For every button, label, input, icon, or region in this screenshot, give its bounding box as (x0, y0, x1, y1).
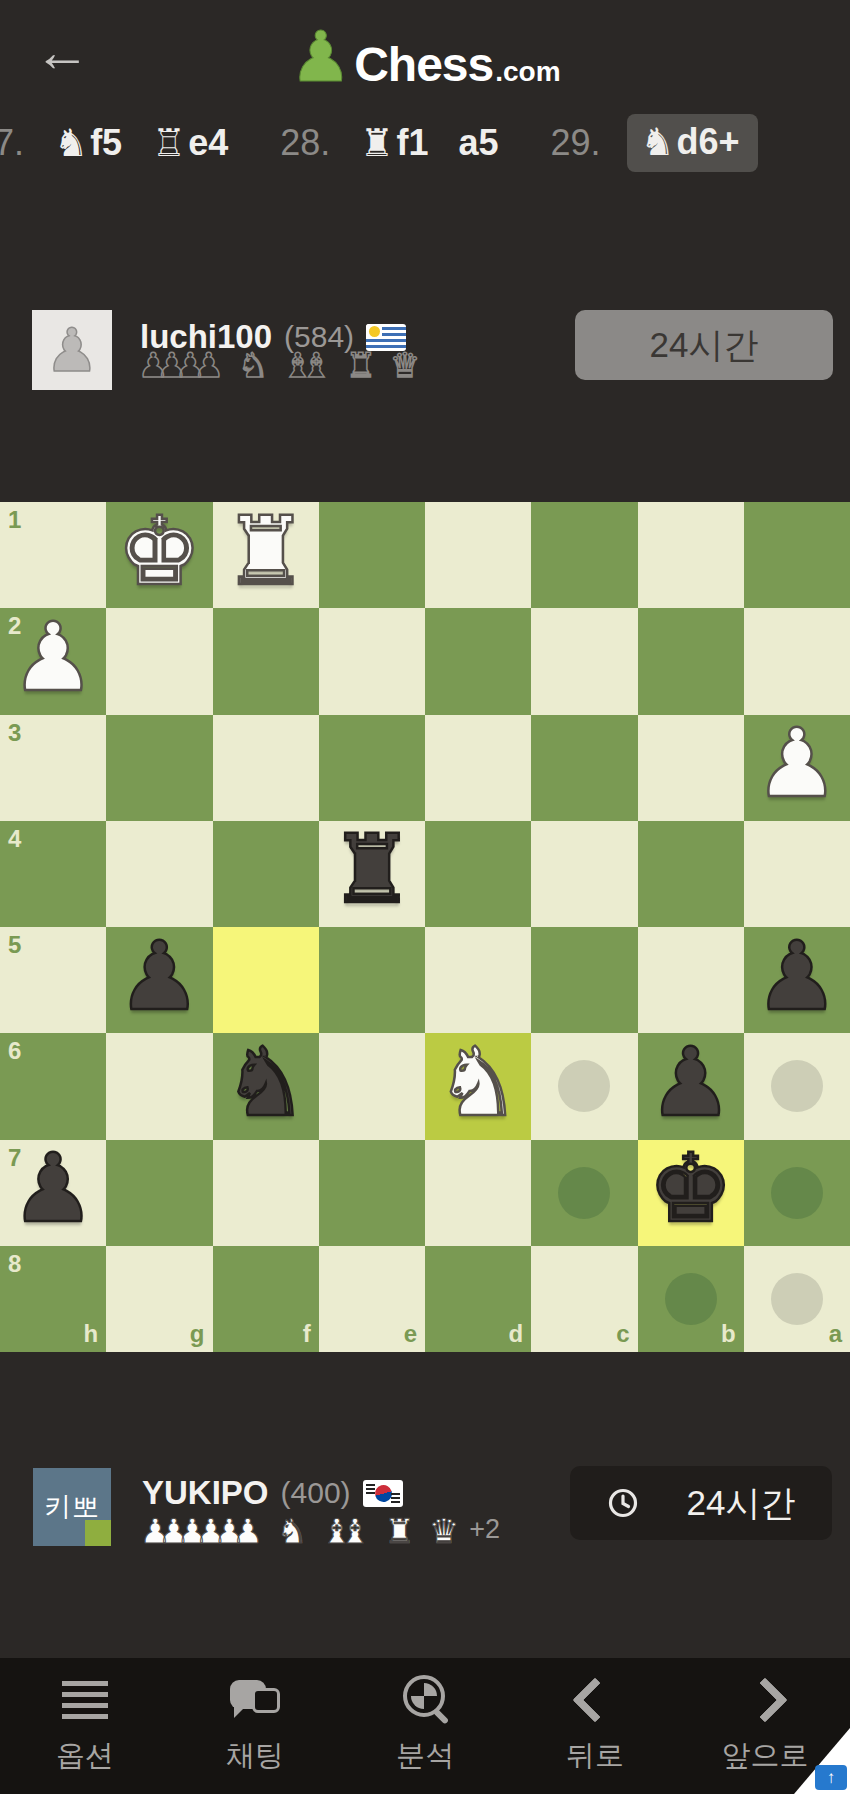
square-a4[interactable] (744, 821, 850, 927)
material-advantage: +2 (469, 1514, 500, 1548)
south-korea-flag-icon (363, 1480, 403, 1507)
logo-text: Chess (354, 37, 493, 92)
logo-suffix-text: .com (495, 56, 560, 88)
move-f1[interactable]: ♜f1 (360, 121, 428, 165)
rank-label-6: 6 (8, 1039, 21, 1063)
chess-app-screen: ← ♟ Chess .com 27.♞f5♖e428.♜f1a529.♞d6+ … (0, 0, 850, 1794)
square-g7[interactable] (106, 1140, 212, 1246)
white-knight-d6[interactable]: ♞ (425, 1029, 531, 1135)
avatar-pawn-icon: ♟ (45, 320, 99, 380)
square-d4[interactable] (425, 821, 531, 927)
figurine-icon: ♞ (54, 121, 88, 165)
list-icon (62, 1681, 108, 1719)
square-d7[interactable] (425, 1140, 531, 1246)
square-b8[interactable]: b (638, 1246, 744, 1352)
rank-label-8: 8 (8, 1252, 21, 1276)
online-status-badge (85, 1520, 111, 1546)
file-label-g: g (190, 1322, 205, 1346)
move-number: 29. (550, 122, 600, 164)
square-g4[interactable] (106, 821, 212, 927)
square-e7[interactable] (319, 1140, 425, 1246)
white-pawn-a3[interactable]: ♟ (744, 711, 850, 817)
file-label-h: h (84, 1322, 99, 1346)
square-h6[interactable]: 6 (0, 1033, 106, 1139)
move-a5[interactable]: a5 (458, 122, 498, 164)
top-player-captured-pieces: ♟♟♟♟♞♝♝♜♛ (138, 348, 420, 382)
legal-move-dot-c7 (558, 1167, 610, 1219)
clock-icon (607, 1487, 639, 1519)
captured-group: ♛ (429, 1514, 459, 1548)
square-b6[interactable]: ♟ (638, 1033, 744, 1139)
top-player-clock: 24시간 (575, 310, 833, 380)
move-number: 27. (0, 122, 24, 164)
square-b5[interactable] (638, 927, 744, 1033)
nav-item-options[interactable]: 옵션 (0, 1658, 170, 1794)
square-e2[interactable] (319, 608, 425, 714)
square-e3[interactable] (319, 715, 425, 821)
square-b2[interactable] (638, 608, 744, 714)
rank-label-1: 1 (8, 508, 21, 532)
square-g8[interactable]: g (106, 1246, 212, 1352)
figurine-icon: ♖ (152, 121, 186, 165)
legal-move-dot-a6 (771, 1060, 823, 1112)
share-overlay-icon[interactable]: ↑ (815, 1765, 847, 1790)
square-c1[interactable] (531, 502, 637, 608)
square-c8[interactable]: c (531, 1246, 637, 1352)
captured-group: ♞ (238, 348, 268, 382)
white-pawn-h2[interactable]: ♟ (0, 604, 106, 710)
square-f2[interactable] (213, 608, 319, 714)
square-a8[interactable]: a (744, 1246, 850, 1352)
white-rook-f1[interactable]: ♜ (213, 498, 319, 604)
square-a2[interactable] (744, 608, 850, 714)
square-f1[interactable]: ♜ (213, 502, 319, 608)
square-g6[interactable] (106, 1033, 212, 1139)
square-e1[interactable] (319, 502, 425, 608)
top-clock-label: 24시간 (650, 322, 759, 369)
square-f7[interactable] (213, 1140, 319, 1246)
captured-group: ♟♟♟♟ (138, 348, 224, 382)
black-pawn-h7[interactable]: ♟ (0, 1136, 106, 1242)
bottom-player-rating: (400) (281, 1476, 351, 1510)
rank-label-4: 4 (8, 827, 21, 851)
square-d1[interactable] (425, 502, 531, 608)
square-f6[interactable]: ♞ (213, 1033, 319, 1139)
header-bar: ← ♟ Chess .com (0, 0, 850, 112)
square-h5[interactable]: 5 (0, 927, 106, 1033)
top-player-avatar[interactable]: ♟ (32, 310, 112, 390)
square-d5[interactable] (425, 927, 531, 1033)
square-f8[interactable]: f (213, 1246, 319, 1352)
square-c5[interactable] (531, 927, 637, 1033)
square-f4[interactable] (213, 821, 319, 927)
logo-pawn-icon: ♟ (289, 26, 352, 89)
nav-item-analysis[interactable]: 분석 (340, 1658, 510, 1794)
nav-item-chat[interactable]: 채팅 (170, 1658, 340, 1794)
nav-label-analysis: 분석 (396, 1736, 454, 1776)
square-e4[interactable]: ♜ (319, 821, 425, 927)
captured-group: ♞ (277, 1514, 307, 1548)
figurine-icon: ♞ (641, 120, 675, 164)
move-e4[interactable]: ♖e4 (152, 121, 228, 165)
square-g1[interactable]: ♚ (106, 502, 212, 608)
nav-label-options: 옵션 (56, 1736, 114, 1776)
bottom-player-captured-pieces: ♟♟♟♟♟♟♞♝♝♜♛+2 (140, 1514, 500, 1548)
square-h4[interactable]: 4 (0, 821, 106, 927)
captured-group: ♛ (390, 348, 420, 382)
captured-group: ♜ (345, 348, 375, 382)
bottom-player-name-row: YUKIPO (400) (142, 1474, 403, 1512)
legal-move-dot-c6 (558, 1060, 610, 1112)
black-pawn-a5[interactable]: ♟ (744, 923, 850, 1029)
chesscom-logo: ♟ Chess .com (0, 0, 850, 112)
black-pawn-g5[interactable]: ♟ (106, 923, 212, 1029)
file-label-c: c (616, 1322, 629, 1346)
legal-move-dot-a7 (771, 1167, 823, 1219)
file-label-f: f (303, 1322, 311, 1346)
chevron-right-icon (742, 1677, 787, 1722)
file-label-d: d (509, 1322, 524, 1346)
square-a1[interactable] (744, 502, 850, 608)
nav-label-forward: 앞으로 (722, 1736, 809, 1776)
square-b4[interactable] (638, 821, 744, 927)
rank-label-5: 5 (8, 933, 21, 957)
rank-label-3: 3 (8, 721, 21, 745)
move-f5[interactable]: ♞f5 (54, 121, 122, 165)
square-f3[interactable] (213, 715, 319, 821)
square-e6[interactable] (319, 1033, 425, 1139)
captured-group: ♟♟♟♟♟♟ (140, 1514, 263, 1548)
file-label-b: b (721, 1322, 736, 1346)
square-h8[interactable]: 8h (0, 1246, 106, 1352)
square-e8[interactable]: e (319, 1246, 425, 1352)
square-d6[interactable]: ♞ (425, 1033, 531, 1139)
square-g2[interactable] (106, 608, 212, 714)
square-c2[interactable] (531, 608, 637, 714)
nav-item-back[interactable]: 뒤로 (510, 1658, 680, 1794)
move-d6check[interactable]: ♞d6+ (627, 114, 758, 172)
square-a6[interactable] (744, 1033, 850, 1139)
bottom-player-name[interactable]: YUKIPO (142, 1474, 269, 1512)
chat-icon (230, 1680, 280, 1720)
square-b3[interactable] (638, 715, 744, 821)
move-number: 28. (280, 122, 330, 164)
file-label-a: a (829, 1322, 842, 1346)
square-d3[interactable] (425, 715, 531, 821)
square-a7[interactable] (744, 1140, 850, 1246)
bottom-nav-bar: 옵션채팅분석뒤로앞으로 (0, 1658, 850, 1794)
square-b1[interactable] (638, 502, 744, 608)
square-d8[interactable]: d (425, 1246, 531, 1352)
legal-move-dot-b8 (665, 1273, 717, 1325)
black-king-b7[interactable]: ♚ (638, 1136, 744, 1242)
square-h3[interactable]: 3 (0, 715, 106, 821)
black-knight-f6[interactable]: ♞ (213, 1029, 319, 1135)
bottom-player-avatar[interactable]: 키뽀 (33, 1468, 111, 1546)
file-label-e: e (404, 1322, 417, 1346)
square-c6[interactable] (531, 1033, 637, 1139)
square-h7[interactable]: 7♟ (0, 1140, 106, 1246)
square-e5[interactable] (319, 927, 425, 1033)
legal-move-dot-a8 (771, 1273, 823, 1325)
square-g3[interactable] (106, 715, 212, 821)
square-f5[interactable] (213, 927, 319, 1033)
nav-label-back: 뒤로 (566, 1736, 624, 1776)
analysis-icon (400, 1675, 450, 1725)
square-c7[interactable] (531, 1140, 637, 1246)
captured-group: ♝♝ (282, 348, 331, 382)
chevron-left-icon (572, 1677, 617, 1722)
square-a3[interactable]: ♟ (744, 715, 850, 821)
black-rook-e4[interactable]: ♜ (319, 817, 425, 923)
white-king-g1[interactable]: ♚ (106, 498, 212, 604)
captured-group: ♝♝ (321, 1514, 370, 1548)
square-c4[interactable] (531, 821, 637, 927)
bottom-player-clock: 24시간 (570, 1466, 832, 1540)
square-d2[interactable] (425, 608, 531, 714)
square-c3[interactable] (531, 715, 637, 821)
bottom-clock-label: 24시간 (687, 1480, 796, 1527)
nav-label-chat: 채팅 (226, 1736, 284, 1776)
square-b7[interactable]: ♚ (638, 1140, 744, 1246)
board: 1♚♜2♟3♟4♜5♟♟6♞♞♟7♟♚8hgfedcba (0, 502, 850, 1352)
move-list-bar: 27.♞f5♖e428.♜f1a529.♞d6+ (0, 112, 850, 174)
figurine-icon: ♜ (360, 121, 394, 165)
square-h2[interactable]: 2♟ (0, 608, 106, 714)
square-a5[interactable]: ♟ (744, 927, 850, 1033)
square-g5[interactable]: ♟ (106, 927, 212, 1033)
square-h1[interactable]: 1 (0, 502, 106, 608)
captured-group: ♜ (384, 1514, 414, 1548)
black-pawn-b6[interactable]: ♟ (638, 1029, 744, 1135)
